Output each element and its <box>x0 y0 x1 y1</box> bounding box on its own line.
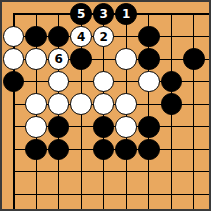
black-stone <box>138 48 160 70</box>
black-stone <box>25 139 47 161</box>
black-stone: 1 <box>115 3 137 25</box>
move-number-label: 5 <box>77 7 85 19</box>
white-stone <box>25 48 47 70</box>
black-stone: 5 <box>70 3 92 25</box>
white-stone <box>25 116 47 138</box>
grid-line-horizontal <box>13 194 212 195</box>
white-stone <box>3 48 25 70</box>
move-number-label: 6 <box>54 53 62 65</box>
move-number-label: 3 <box>100 7 108 19</box>
white-stone <box>48 71 70 93</box>
white-stone: 4 <box>70 26 92 48</box>
black-stone <box>93 139 115 161</box>
black-stone <box>138 139 160 161</box>
white-stone <box>115 93 137 115</box>
black-stone <box>48 116 70 138</box>
white-stone <box>25 93 47 115</box>
black-stone: 3 <box>93 3 115 25</box>
black-stone <box>138 26 160 48</box>
black-stone <box>48 26 70 48</box>
white-stone <box>3 26 25 48</box>
black-stone <box>93 116 115 138</box>
move-number-label: 2 <box>100 30 108 42</box>
black-stone <box>161 71 183 93</box>
black-stone <box>25 26 47 48</box>
go-diagram: 531426 <box>0 0 211 211</box>
black-stone <box>115 139 137 161</box>
black-stone <box>138 116 160 138</box>
grid-line-horizontal <box>13 171 212 172</box>
black-stone <box>48 139 70 161</box>
white-stone <box>115 48 137 70</box>
go-board: 531426 <box>0 0 211 211</box>
white-stone <box>138 71 160 93</box>
black-stone <box>70 48 92 70</box>
white-stone: 6 <box>48 48 70 70</box>
move-number-label: 1 <box>122 7 130 19</box>
move-number-label: 4 <box>77 30 85 42</box>
white-stone <box>93 93 115 115</box>
black-stone <box>3 71 25 93</box>
black-stone <box>183 48 205 70</box>
white-stone: 2 <box>93 26 115 48</box>
black-stone <box>161 93 183 115</box>
white-stone <box>70 93 92 115</box>
grid-line-vertical <box>193 13 194 211</box>
white-stone <box>48 93 70 115</box>
white-stone <box>93 71 115 93</box>
white-stone <box>115 116 137 138</box>
